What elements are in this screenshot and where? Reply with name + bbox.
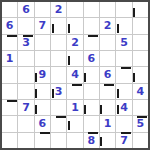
consecutive-bar-v-r5c8 — [133, 73, 135, 82]
cell-r2c2[interactable] — [18, 18, 33, 33]
cell-r7c4[interactable] — [51, 100, 66, 115]
consecutive-bar-v-r1c8 — [133, 8, 135, 17]
cell-r3c4[interactable] — [51, 35, 66, 50]
cell-r4c4[interactable] — [51, 51, 66, 66]
cell-r7c8[interactable]: 4 — [116, 100, 131, 115]
consecutive-bar-v-r2c7 — [117, 24, 119, 33]
cell-r1c7[interactable] — [100, 2, 115, 17]
consecutive-bar-v-r7c7 — [117, 105, 119, 114]
cell-r4c6[interactable]: 6 — [84, 51, 99, 66]
cell-r8c7[interactable]: 1 — [100, 116, 115, 131]
cell-r2c9[interactable] — [133, 18, 148, 33]
cell-r8c2[interactable] — [18, 116, 33, 131]
cell-r3c9[interactable] — [133, 35, 148, 50]
consecutive-bar-h-r8c8 — [121, 132, 131, 134]
cell-r1c1[interactable] — [2, 2, 17, 17]
cell-r1c6[interactable] — [84, 2, 99, 17]
consecutive-bar-v-r7c2 — [35, 105, 37, 114]
cell-r8c6[interactable] — [84, 116, 99, 131]
cell-r3c6[interactable] — [84, 35, 99, 50]
cell-r1c8[interactable] — [116, 2, 131, 17]
consecutive-bar-h-r2c6 — [88, 35, 98, 37]
cell-r6c1[interactable] — [2, 84, 17, 99]
cell-r2c6[interactable] — [84, 18, 99, 33]
cell-r9c4[interactable] — [51, 133, 66, 148]
cell-r3c3[interactable] — [35, 35, 50, 50]
cell-r3c1[interactable] — [2, 35, 17, 50]
cell-r1c3[interactable] — [35, 2, 50, 17]
consecutive-bar-v-r5c2 — [35, 73, 37, 82]
cell-r8c3[interactable]: 6 — [35, 116, 50, 131]
cell-r7c1[interactable] — [2, 100, 17, 115]
consecutive-bar-h-r5c5 — [72, 84, 82, 86]
cell-r9c8[interactable]: 7 — [116, 133, 131, 148]
cell-r4c9[interactable] — [133, 51, 148, 66]
cell-r5c2[interactable] — [18, 67, 33, 82]
cell-r9c6[interactable]: 8 — [84, 133, 99, 148]
consecutive-bar-v-r6c7 — [117, 89, 119, 98]
consecutive-bar-h-r8c3 — [40, 132, 50, 134]
cell-r7c9[interactable] — [133, 100, 148, 115]
cell-r3c5[interactable]: 2 — [67, 35, 82, 50]
consecutive-bar-v-r5c5 — [84, 73, 86, 82]
consecutive-bar-h-r8c6 — [88, 132, 98, 134]
cell-r9c3[interactable] — [35, 133, 50, 148]
cell-r6c5[interactable] — [67, 84, 82, 99]
cell-r7c2[interactable]: 7 — [18, 100, 33, 115]
consecutive-bar-v-r6c2 — [35, 89, 37, 98]
consecutive-bar-h-r7c4 — [56, 116, 66, 118]
consecutive-bar-h-r2c2 — [23, 35, 33, 37]
cell-r8c9[interactable]: 5 — [133, 116, 148, 131]
consecutive-bar-h-r7c9 — [137, 116, 147, 118]
cell-r4c3[interactable] — [35, 51, 50, 66]
cell-r9c5[interactable] — [67, 133, 82, 148]
cell-r8c4[interactable] — [51, 116, 66, 131]
consecutive-bar-h-r6c1 — [7, 100, 17, 102]
cell-r4c1[interactable]: 1 — [2, 51, 17, 66]
cell-r7c5[interactable]: 1 — [67, 100, 82, 115]
cell-r1c4[interactable]: 2 — [51, 2, 66, 17]
cell-r6c7[interactable] — [100, 84, 115, 99]
consecutive-bar-v-r4c4 — [68, 56, 70, 65]
consecutive-bar-h-r4c8 — [121, 67, 131, 69]
cell-r5c4[interactable] — [51, 67, 66, 82]
cell-r5c1[interactable] — [2, 67, 17, 82]
cell-r2c1[interactable]: 6 — [2, 18, 17, 33]
cell-r1c2[interactable]: 6 — [18, 2, 33, 17]
cell-r6c9[interactable]: 4 — [133, 84, 148, 99]
cell-r4c7[interactable] — [100, 51, 115, 66]
consecutive-bar-v-r6c3 — [52, 89, 54, 98]
cell-r5c5[interactable]: 4 — [67, 67, 82, 82]
cell-r1c9[interactable] — [133, 2, 148, 17]
cell-r1c5[interactable] — [67, 2, 82, 17]
cell-r6c8[interactable] — [116, 84, 131, 99]
cell-r8c1[interactable] — [2, 116, 17, 131]
cell-r6c6[interactable] — [84, 84, 99, 99]
cell-r4c8[interactable] — [116, 51, 131, 66]
cell-r2c3[interactable]: 7 — [35, 18, 50, 33]
cell-r5c9[interactable] — [133, 67, 148, 82]
cell-r9c9[interactable] — [133, 133, 148, 148]
consecutive-bar-h-r2c1 — [7, 35, 17, 37]
sudoku-board: 62672325169463471461587 — [0, 0, 150, 150]
cell-r9c1[interactable] — [2, 133, 17, 148]
cell-r3c8[interactable]: 5 — [116, 35, 131, 50]
cell-r2c7[interactable]: 2 — [100, 18, 115, 33]
cell-r5c8[interactable] — [116, 67, 131, 82]
cell-r8c8[interactable] — [116, 116, 131, 131]
cell-r3c7[interactable] — [100, 35, 115, 50]
consecutive-bar-v-r7c6 — [100, 105, 102, 114]
consecutive-bar-h-r5c7 — [104, 84, 114, 86]
consecutive-bar-v-r9c6 — [100, 137, 102, 146]
cell-r6c2[interactable] — [18, 84, 33, 99]
consecutive-bar-v-r8c4 — [68, 121, 70, 130]
cell-r3c2[interactable]: 3 — [18, 35, 33, 50]
consecutive-bar-v-r2c3 — [52, 24, 54, 33]
cell-r5c7[interactable]: 6 — [100, 67, 115, 82]
consecutive-bar-v-r2c4 — [68, 24, 70, 33]
cell-r2c8[interactable] — [116, 18, 131, 33]
cell-r4c2[interactable] — [18, 51, 33, 66]
cell-r9c2[interactable] — [18, 133, 33, 148]
consecutive-bar-v-r7c5 — [84, 105, 86, 114]
